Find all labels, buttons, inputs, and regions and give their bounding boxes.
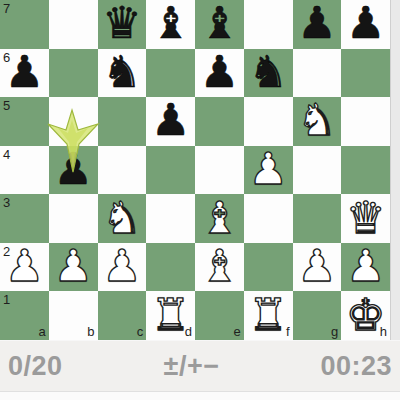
chess-app-screen: 7♛♝♝♟♟6♟♞♟♞5♟♞4♟♟3♞♝♛2♟♟♟♝♟♟1abcd♜ef♜gh♚… (0, 0, 400, 400)
black-pawn-e6[interactable]: ♟ (200, 50, 239, 94)
chess-board[interactable]: 7♛♝♝♟♟6♟♞♟♞5♟♞4♟♟3♞♝♛2♟♟♟♝♟♟1abcd♜ef♜gh♚ (0, 0, 390, 340)
white-pawn-g2[interactable]: ♟ (297, 244, 336, 288)
rank-label-7: 7 (3, 1, 10, 16)
square-d4[interactable] (146, 146, 195, 195)
square-a7[interactable]: 7 (0, 0, 49, 49)
black-pawn-d5[interactable]: ♟ (151, 98, 190, 142)
black-pawn-a6[interactable]: ♟ (5, 50, 44, 94)
file-label-f: f (286, 324, 290, 339)
white-bishop-e3[interactable]: ♝ (200, 196, 239, 240)
square-a5[interactable]: 5 (0, 97, 49, 146)
black-bishop-e7[interactable]: ♝ (200, 1, 239, 45)
square-e1[interactable]: e (195, 291, 244, 340)
file-label-d: d (185, 324, 192, 339)
square-h7[interactable]: ♟ (341, 0, 390, 49)
white-bishop-e2[interactable]: ♝ (200, 244, 239, 288)
square-b3[interactable] (49, 194, 98, 243)
square-b1[interactable]: b (49, 291, 98, 340)
square-f7[interactable] (244, 0, 293, 49)
square-a4[interactable]: 4 (0, 146, 49, 195)
white-queen-h3[interactable]: ♛ (346, 196, 385, 240)
evaluation-text: ±/+− (164, 351, 220, 382)
black-knight-c6[interactable]: ♞ (102, 50, 141, 94)
square-a2[interactable]: 2♟ (0, 243, 49, 292)
square-h2[interactable]: ♟ (341, 243, 390, 292)
square-b7[interactable] (49, 0, 98, 49)
square-d5[interactable]: ♟ (146, 97, 195, 146)
square-g3[interactable] (293, 194, 342, 243)
file-label-e: e (234, 324, 241, 339)
white-rook-f1[interactable]: ♜ (248, 293, 287, 337)
square-b6[interactable] (49, 49, 98, 98)
square-g7[interactable]: ♟ (293, 0, 342, 49)
black-pawn-b4[interactable]: ♟ (53, 147, 92, 191)
square-f2[interactable] (244, 243, 293, 292)
square-d7[interactable]: ♝ (146, 0, 195, 49)
board-right-margin (390, 0, 400, 340)
square-a1[interactable]: 1a (0, 291, 49, 340)
square-e3[interactable]: ♝ (195, 194, 244, 243)
square-h1[interactable]: h♚ (341, 291, 390, 340)
square-b4[interactable]: ♟ (49, 146, 98, 195)
square-c4[interactable] (98, 146, 147, 195)
square-e6[interactable]: ♟ (195, 49, 244, 98)
square-c7[interactable]: ♛ (98, 0, 147, 49)
white-pawn-c2[interactable]: ♟ (102, 244, 141, 288)
square-f4[interactable]: ♟ (244, 146, 293, 195)
square-g1[interactable]: g (293, 291, 342, 340)
file-label-c: c (137, 324, 144, 339)
square-e4[interactable] (195, 146, 244, 195)
rank-label-1: 1 (3, 292, 10, 307)
square-e5[interactable] (195, 97, 244, 146)
status-bar: 0/20 ±/+− 00:23 (0, 340, 400, 391)
rank-label-3: 3 (3, 195, 10, 210)
square-h6[interactable] (341, 49, 390, 98)
square-c1[interactable]: c (98, 291, 147, 340)
square-a3[interactable]: 3 (0, 194, 49, 243)
square-g5[interactable]: ♞ (293, 97, 342, 146)
square-h5[interactable] (341, 97, 390, 146)
white-pawn-h2[interactable]: ♟ (346, 244, 385, 288)
square-c2[interactable]: ♟ (98, 243, 147, 292)
file-label-g: g (331, 324, 338, 339)
square-f5[interactable] (244, 97, 293, 146)
square-f3[interactable] (244, 194, 293, 243)
white-knight-c3[interactable]: ♞ (102, 196, 141, 240)
square-b5[interactable] (49, 97, 98, 146)
square-c5[interactable] (98, 97, 147, 146)
rank-label-6: 6 (3, 50, 10, 65)
black-pawn-h7[interactable]: ♟ (346, 1, 385, 45)
black-queen-c7[interactable]: ♛ (102, 1, 141, 45)
square-c3[interactable]: ♞ (98, 194, 147, 243)
file-label-b: b (87, 324, 94, 339)
square-d6[interactable] (146, 49, 195, 98)
bottom-strip (0, 391, 400, 400)
square-h4[interactable] (341, 146, 390, 195)
black-bishop-d7[interactable]: ♝ (151, 1, 190, 45)
white-pawn-a2[interactable]: ♟ (5, 244, 44, 288)
square-b2[interactable]: ♟ (49, 243, 98, 292)
rank-label-5: 5 (3, 98, 10, 113)
file-label-h: h (380, 324, 387, 339)
rank-label-2: 2 (3, 244, 10, 259)
clock-text: 00:23 (320, 351, 392, 382)
square-e2[interactable]: ♝ (195, 243, 244, 292)
black-knight-f6[interactable]: ♞ (248, 50, 287, 94)
black-pawn-g7[interactable]: ♟ (297, 1, 336, 45)
square-f6[interactable]: ♞ (244, 49, 293, 98)
square-c6[interactable]: ♞ (98, 49, 147, 98)
square-f1[interactable]: f♜ (244, 291, 293, 340)
square-d3[interactable] (146, 194, 195, 243)
square-d1[interactable]: d♜ (146, 291, 195, 340)
square-g6[interactable] (293, 49, 342, 98)
square-h3[interactable]: ♛ (341, 194, 390, 243)
file-label-a: a (39, 324, 46, 339)
white-pawn-b2[interactable]: ♟ (53, 244, 92, 288)
square-d2[interactable] (146, 243, 195, 292)
square-g4[interactable] (293, 146, 342, 195)
square-g2[interactable]: ♟ (293, 243, 342, 292)
move-counter: 0/20 (8, 351, 63, 382)
square-a6[interactable]: 6♟ (0, 49, 49, 98)
square-e7[interactable]: ♝ (195, 0, 244, 49)
rank-label-4: 4 (3, 147, 10, 162)
white-knight-g5[interactable]: ♞ (297, 98, 336, 142)
white-pawn-f4[interactable]: ♟ (248, 147, 287, 191)
